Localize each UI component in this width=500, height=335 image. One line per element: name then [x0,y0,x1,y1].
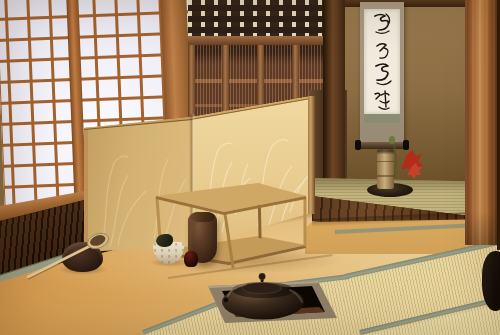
scroll-band [364,114,400,123]
kumiko-transom [188,0,334,36]
hanging-scroll: 龍吟虎嘯 [356,2,408,154]
maple-sprig [382,134,424,186]
tea-room-photo: 龍吟虎嘯 [0,0,500,335]
iron-vessel-edge [482,251,500,311]
roller-knob [355,140,361,150]
calligraphy-text: 龍吟虎嘯 [364,9,400,114]
corner-post [323,0,345,206]
bamboo-ladle [18,228,118,283]
sunken-hearth [190,260,365,335]
tokobashira-post [465,0,498,245]
folded-cloth [156,234,173,247]
water-jar-lid [190,212,215,222]
transom-beam [188,36,334,45]
